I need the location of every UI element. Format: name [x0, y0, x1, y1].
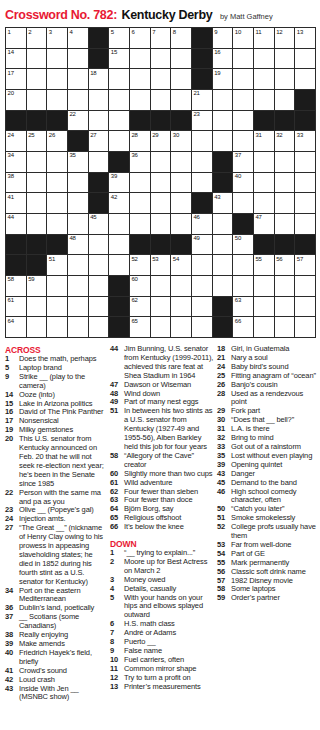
- cell-number: 16: [214, 49, 220, 56]
- grid-cell[interactable]: [68, 317, 88, 337]
- black-cell: [130, 235, 150, 255]
- black-cell: [89, 28, 109, 48]
- clue-number: 28: [217, 390, 231, 408]
- cell-number: 2: [28, 29, 31, 36]
- puzzle-title: Crossword No. 782: Kentucky Derby by Mat…: [5, 5, 273, 23]
- grid-cell[interactable]: 33: [295, 131, 315, 151]
- clue-across-20: 20This U.S. senator from Kentucky announ…: [5, 435, 106, 488]
- grid-cell[interactable]: [47, 152, 67, 172]
- cell-number: 33: [297, 132, 303, 139]
- grid-cell[interactable]: 19: [213, 69, 233, 89]
- grid-cell[interactable]: 12: [275, 28, 295, 48]
- grid-cell[interactable]: [130, 214, 150, 234]
- grid-cell[interactable]: [192, 276, 212, 296]
- cell-number: 12: [276, 29, 282, 36]
- grid-cell[interactable]: [233, 69, 253, 89]
- black-cell: [27, 235, 47, 255]
- grid-cell[interactable]: 11: [254, 28, 274, 48]
- clue-number: 20: [5, 435, 19, 488]
- cell-number: 49: [193, 235, 199, 242]
- grid-cell[interactable]: 26: [47, 131, 67, 151]
- grid-cell[interactable]: [68, 297, 88, 317]
- grid-cell[interactable]: [275, 297, 295, 317]
- grid-cell[interactable]: 29: [151, 131, 171, 151]
- grid-cell[interactable]: 1: [6, 28, 26, 48]
- grid-cell[interactable]: [130, 193, 150, 213]
- grid-cell[interactable]: [275, 317, 295, 337]
- grid-cell[interactable]: [68, 90, 88, 110]
- cell-number: 64: [8, 318, 14, 325]
- clue-across-34: 34Port on the eastern Mediterranean: [5, 587, 106, 605]
- clue-col2-down-list: 1“__ trying to explain...”2Moore up for …: [110, 549, 214, 692]
- grid-cell[interactable]: [27, 214, 47, 234]
- clue-text: __ Scotians (some Canadians): [19, 613, 106, 631]
- grid-cell[interactable]: 64: [6, 317, 26, 337]
- grid-cell[interactable]: [213, 214, 233, 234]
- clue-across-9: 9Strike __ (play to the camera): [5, 373, 106, 391]
- grid-cell[interactable]: [192, 173, 212, 193]
- grid-cell[interactable]: 13: [295, 28, 315, 48]
- grid-cell[interactable]: [254, 69, 274, 89]
- grid-cell[interactable]: 49: [192, 235, 212, 255]
- black-cell: [192, 49, 212, 69]
- grid-cell[interactable]: [192, 255, 212, 275]
- clue-number: 59: [217, 594, 231, 603]
- cell-number: 65: [131, 318, 137, 325]
- cell-number: 59: [28, 276, 34, 283]
- cell-number: 8: [173, 29, 176, 36]
- grid-cell[interactable]: 57: [295, 255, 315, 275]
- grid-cell[interactable]: [254, 317, 274, 337]
- grid-cell[interactable]: 20: [6, 90, 26, 110]
- grid-cell[interactable]: [27, 152, 47, 172]
- grid-cell[interactable]: 8: [171, 28, 191, 48]
- grid-cell[interactable]: 44: [6, 214, 26, 234]
- clue-across-27: 27“The Great __” (nickname of Henry Clay…: [5, 524, 106, 586]
- grid-cell[interactable]: 32: [275, 131, 295, 151]
- grid-cell[interactable]: [233, 90, 253, 110]
- clue-down-5: 5With your hands on your hips and elbows…: [110, 594, 214, 621]
- clue-across-40: 40Friedrich Hayek’s field, briefly: [5, 649, 106, 667]
- grid-cell[interactable]: 34: [6, 152, 26, 172]
- clue-col2-across-list: 44Jim Bunning, U.S. senator from Kentuck…: [110, 345, 214, 532]
- grid-cell[interactable]: 17: [6, 69, 26, 89]
- grid-cell[interactable]: [89, 276, 109, 296]
- grid-cell[interactable]: 21: [192, 90, 212, 110]
- grid-cell[interactable]: [254, 297, 274, 317]
- grid-cell[interactable]: [295, 49, 315, 69]
- grid-cell[interactable]: 14: [6, 49, 26, 69]
- grid-cell[interactable]: [275, 173, 295, 193]
- cell-number: 41: [8, 194, 14, 201]
- grid-cell[interactable]: 23: [192, 111, 212, 131]
- grid-cell[interactable]: [192, 131, 212, 151]
- cell-number: 6: [131, 29, 134, 36]
- grid-cell[interactable]: [171, 214, 191, 234]
- grid-cell[interactable]: [109, 235, 129, 255]
- grid-cell[interactable]: [27, 317, 47, 337]
- clue-column-1: ACROSS 1Does the math, perhaps5Laptop br…: [5, 345, 106, 702]
- clue-column-3: 18Girl, in Guatemala21Nary a soul24Baby …: [217, 345, 317, 603]
- grid-cell[interactable]: 60: [130, 276, 150, 296]
- grid-cell[interactable]: [68, 276, 88, 296]
- grid-cell[interactable]: 61: [6, 297, 26, 317]
- grid-cell[interactable]: 36: [130, 152, 150, 172]
- grid-cell[interactable]: [27, 90, 47, 110]
- cell-number: 5: [111, 29, 114, 36]
- grid-cell[interactable]: 55: [254, 255, 274, 275]
- grid-cell[interactable]: [89, 111, 109, 131]
- clue-text: This U.S. senator from Kentucky announce…: [19, 435, 106, 488]
- grid-cell[interactable]: [109, 69, 129, 89]
- clue-text: Jim Bunning, U.S. senator from Kentucky …: [124, 345, 214, 381]
- grid-cell[interactable]: 47: [254, 214, 274, 234]
- grid-cell[interactable]: 4: [68, 28, 88, 48]
- cell-number: 9: [214, 29, 217, 36]
- grid-cell[interactable]: [233, 255, 253, 275]
- grid-cell[interactable]: [151, 297, 171, 317]
- cell-number: 56: [276, 256, 282, 263]
- grid-cell[interactable]: [192, 317, 212, 337]
- grid-cell[interactable]: [275, 276, 295, 296]
- grid-cell[interactable]: 53: [151, 255, 171, 275]
- grid-cell[interactable]: 45: [89, 214, 109, 234]
- grid-cell[interactable]: [151, 214, 171, 234]
- grid-cell[interactable]: [89, 90, 109, 110]
- clue-col3-list: 18Girl, in Guatemala21Nary a soul24Baby …: [217, 345, 317, 603]
- grid-cell[interactable]: [254, 49, 274, 69]
- grid-cell[interactable]: 2: [27, 28, 47, 48]
- grid-cell[interactable]: [47, 276, 67, 296]
- grid-cell[interactable]: 24: [6, 131, 26, 151]
- grid-cell[interactable]: [151, 193, 171, 213]
- clue-text: Order’s partner: [231, 594, 317, 603]
- cell-number: 55: [255, 256, 261, 263]
- grid-cell[interactable]: [27, 297, 47, 317]
- grid-cell[interactable]: [171, 193, 191, 213]
- grid-cell[interactable]: 35: [68, 152, 88, 172]
- grid-cell[interactable]: [275, 49, 295, 69]
- cell-number: 50: [235, 235, 241, 242]
- black-cell: [6, 235, 26, 255]
- cell-number: 21: [193, 90, 199, 97]
- grid-cell[interactable]: [213, 276, 233, 296]
- grid-cell[interactable]: [47, 193, 67, 213]
- grid-cell[interactable]: [213, 131, 233, 151]
- clue-down-59: 59Order’s partner: [217, 594, 317, 603]
- clue-text: Person with the same ma and pa as you: [19, 489, 106, 507]
- grid-cell[interactable]: [47, 214, 67, 234]
- grid-cell[interactable]: [109, 214, 129, 234]
- clue-across-51: 51In between his two stints as a U.S. se…: [110, 407, 214, 452]
- grid-cell[interactable]: 30: [171, 131, 191, 151]
- clue-text: It’s below the knee: [124, 523, 214, 532]
- grid-cell[interactable]: [68, 214, 88, 234]
- grid-cell[interactable]: [171, 276, 191, 296]
- grid-cell[interactable]: 25: [27, 131, 47, 151]
- grid-cell[interactable]: [213, 90, 233, 110]
- grid-cell[interactable]: [295, 173, 315, 193]
- cell-number: 25: [28, 132, 34, 139]
- grid-cell[interactable]: [171, 49, 191, 69]
- grid-cell[interactable]: [47, 297, 67, 317]
- grid-cell[interactable]: [254, 173, 274, 193]
- grid-cell[interactable]: 46: [192, 214, 212, 234]
- grid-cell[interactable]: [295, 152, 315, 172]
- grid-cell[interactable]: [47, 69, 67, 89]
- black-cell: [109, 276, 129, 296]
- grid-cell[interactable]: [47, 317, 67, 337]
- grid-cell[interactable]: [130, 90, 150, 110]
- grid-cell[interactable]: 62: [130, 297, 150, 317]
- clue-text: Printer’s measurements: [124, 683, 214, 692]
- grid-cell[interactable]: 48: [68, 235, 88, 255]
- grid-cell[interactable]: [275, 90, 295, 110]
- grid-cell[interactable]: 16: [213, 49, 233, 69]
- grid-cell[interactable]: 59: [27, 276, 47, 296]
- grid-cell[interactable]: [254, 90, 274, 110]
- grid-cell[interactable]: [295, 69, 315, 89]
- grid-cell[interactable]: 27: [89, 131, 109, 151]
- clue-number: 37: [5, 613, 19, 631]
- grid-cell[interactable]: 56: [275, 255, 295, 275]
- grid-cell[interactable]: 31: [254, 131, 274, 151]
- grid-cell[interactable]: [233, 276, 253, 296]
- grid-cell[interactable]: [171, 317, 191, 337]
- grid-cell[interactable]: [130, 69, 150, 89]
- black-cell: [27, 111, 47, 131]
- grid-cell[interactable]: [233, 49, 253, 69]
- grid-cell[interactable]: 43: [213, 193, 233, 213]
- grid-cell[interactable]: [47, 173, 67, 193]
- grid-cell[interactable]: [275, 214, 295, 234]
- grid-cell[interactable]: 6: [130, 28, 150, 48]
- grid-cell[interactable]: [192, 152, 212, 172]
- clue-across-43: 43Inside With Jen __ (MSNBC show): [5, 685, 106, 703]
- black-cell: [47, 111, 67, 131]
- black-cell: [192, 69, 212, 89]
- clue-text: High school comedy character, often: [231, 488, 317, 506]
- grid-cell[interactable]: 42: [109, 193, 129, 213]
- grid-cell[interactable]: [171, 69, 191, 89]
- black-cell: [109, 152, 129, 172]
- grid-cell[interactable]: [171, 152, 191, 172]
- grid-cell[interactable]: [254, 193, 274, 213]
- grid-cell[interactable]: [213, 235, 233, 255]
- grid-cell[interactable]: 52: [130, 255, 150, 275]
- cell-number: 42: [111, 194, 117, 201]
- grid-cell[interactable]: [151, 152, 171, 172]
- clue-text: With your hands on your hips and elbows …: [124, 594, 214, 621]
- grid-cell[interactable]: 58: [6, 276, 26, 296]
- clue-number: 58: [110, 452, 124, 470]
- grid-cell[interactable]: 3: [47, 28, 67, 48]
- black-cell: [171, 235, 191, 255]
- clue-number: 13: [110, 683, 124, 692]
- cell-number: 1: [8, 29, 11, 36]
- grid-cell[interactable]: [151, 173, 171, 193]
- grid-cell[interactable]: [151, 49, 171, 69]
- clue-number: 51: [110, 407, 124, 452]
- clue-text: Friedrich Hayek’s field, briefly: [19, 649, 106, 667]
- grid-cell[interactable]: [275, 193, 295, 213]
- clue-text: College profs usually have them: [231, 523, 317, 541]
- cell-number: 48: [69, 235, 75, 242]
- grid-cell[interactable]: [254, 276, 274, 296]
- grid-cell[interactable]: [68, 255, 88, 275]
- grid-cell[interactable]: [89, 297, 109, 317]
- cell-number: 39: [111, 173, 117, 180]
- black-cell: [213, 173, 233, 193]
- black-cell: [89, 49, 109, 69]
- black-cell: [68, 131, 88, 151]
- clue-across-66: 66It’s below the knee: [110, 523, 214, 532]
- cell-number: 46: [193, 214, 199, 221]
- grid-cell[interactable]: [295, 193, 315, 213]
- grid-cell[interactable]: [295, 317, 315, 337]
- grid-cell[interactable]: 15: [109, 49, 129, 69]
- grid-cell[interactable]: 51: [47, 255, 67, 275]
- cell-number: 27: [90, 132, 96, 139]
- grid-cell[interactable]: [151, 90, 171, 110]
- grid-cell[interactable]: [171, 173, 191, 193]
- grid-cell[interactable]: [171, 90, 191, 110]
- black-cell: [6, 255, 26, 275]
- grid-cell[interactable]: [109, 90, 129, 110]
- clue-number: 40: [5, 649, 19, 667]
- grid-cell[interactable]: [295, 276, 315, 296]
- grid-cell[interactable]: [233, 193, 253, 213]
- grid-cell[interactable]: [254, 152, 274, 172]
- grid-cell[interactable]: 66: [233, 317, 253, 337]
- cell-number: 28: [131, 132, 137, 139]
- grid-cell[interactable]: [109, 131, 129, 151]
- grid-cell[interactable]: [68, 193, 88, 213]
- cell-number: 45: [90, 214, 96, 221]
- grid-cell[interactable]: [109, 111, 129, 131]
- grid-cell[interactable]: [130, 49, 150, 69]
- clue-number: 44: [110, 345, 124, 381]
- grid-cell[interactable]: [47, 49, 67, 69]
- grid-cell[interactable]: [27, 49, 47, 69]
- black-cell: [109, 317, 129, 337]
- cell-number: 40: [235, 173, 241, 180]
- grid-cell[interactable]: [295, 214, 315, 234]
- grid-cell[interactable]: 65: [130, 317, 150, 337]
- grid-cell[interactable]: [89, 235, 109, 255]
- grid-cell[interactable]: 28: [130, 131, 150, 151]
- grid-cell[interactable]: [89, 255, 109, 275]
- grid-cell[interactable]: [68, 173, 88, 193]
- black-cell: [192, 193, 212, 213]
- cell-number: 63: [235, 297, 241, 304]
- cell-number: 66: [235, 318, 241, 325]
- clue-text: “The Great __” (nickname of Henry Clay o…: [19, 524, 106, 586]
- cell-number: 3: [49, 29, 52, 36]
- grid-cell[interactable]: 7: [151, 28, 171, 48]
- grid-cell[interactable]: [68, 69, 88, 89]
- clue-number: 66: [110, 523, 124, 532]
- cell-number: 51: [49, 256, 55, 263]
- grid-cell[interactable]: 37: [233, 152, 253, 172]
- grid-cell[interactable]: [89, 317, 109, 337]
- grid-cell[interactable]: 54: [171, 255, 191, 275]
- black-cell: [254, 111, 274, 131]
- cell-number: 18: [90, 70, 96, 77]
- clue-across-58: 58“Allegory of the Cave” creator: [110, 452, 214, 470]
- clue-across-22: 22Person with the same ma and pa as you: [5, 489, 106, 507]
- clue-number: 22: [5, 489, 19, 507]
- grid-cell[interactable]: [27, 173, 47, 193]
- grid-cell[interactable]: 40: [233, 173, 253, 193]
- clue-across-37: 37__ Scotians (some Canadians): [5, 613, 106, 631]
- grid-cell[interactable]: 9: [213, 28, 233, 48]
- cell-number: 14: [8, 49, 14, 56]
- grid-cell[interactable]: 10: [233, 28, 253, 48]
- black-cell: [213, 152, 233, 172]
- clue-text: Strike __ (play to the camera): [19, 373, 106, 391]
- grid-cell[interactable]: [275, 69, 295, 89]
- grid-cell[interactable]: [151, 317, 171, 337]
- cell-number: 10: [235, 29, 241, 36]
- grid-cell[interactable]: [295, 297, 315, 317]
- grid-cell[interactable]: [213, 111, 233, 131]
- grid-cell[interactable]: [27, 193, 47, 213]
- grid-cell[interactable]: [171, 297, 191, 317]
- cell-number: 7: [152, 29, 155, 36]
- clue-number: 9: [5, 373, 19, 391]
- cell-number: 31: [255, 132, 261, 139]
- grid-cell[interactable]: [68, 49, 88, 69]
- cell-number: 37: [235, 152, 241, 159]
- grid-cell[interactable]: 41: [6, 193, 26, 213]
- grid-cell[interactable]: [89, 152, 109, 172]
- grid-cell[interactable]: 5: [109, 28, 129, 48]
- grid-cell[interactable]: [151, 69, 171, 89]
- cell-number: 57: [297, 256, 303, 263]
- grid-cell[interactable]: [151, 276, 171, 296]
- grid-cell[interactable]: 38: [6, 173, 26, 193]
- black-cell: [213, 297, 233, 317]
- clue-across-44: 44Jim Bunning, U.S. senator from Kentuck…: [110, 345, 214, 381]
- cell-number: 62: [131, 297, 137, 304]
- grid-cell[interactable]: [27, 69, 47, 89]
- grid-cell[interactable]: [233, 111, 253, 131]
- grid-cell[interactable]: 63: [233, 297, 253, 317]
- puzzle-byline: by Matt Gaffney: [220, 12, 273, 21]
- cell-number: 26: [49, 132, 55, 139]
- cell-number: 44: [8, 214, 14, 221]
- cell-number: 34: [8, 152, 14, 159]
- grid-cell[interactable]: [213, 255, 233, 275]
- grid-cell[interactable]: 39: [109, 173, 129, 193]
- grid-cell[interactable]: [275, 152, 295, 172]
- cell-number: 35: [69, 152, 75, 159]
- grid-cell[interactable]: [47, 90, 67, 110]
- black-cell: [192, 28, 212, 48]
- grid-cell[interactable]: 22: [68, 111, 88, 131]
- grid-cell[interactable]: [233, 131, 253, 151]
- grid-cell[interactable]: 50: [233, 235, 253, 255]
- clue-number: 2: [110, 558, 124, 576]
- grid-cell[interactable]: [192, 297, 212, 317]
- grid-cell[interactable]: [109, 255, 129, 275]
- clue-number: 52: [217, 523, 231, 541]
- clue-text: In between his two stints as a U.S. sena…: [124, 407, 214, 452]
- black-cell: [89, 193, 109, 213]
- grid-cell[interactable]: 18: [89, 69, 109, 89]
- grid-cell[interactable]: [130, 173, 150, 193]
